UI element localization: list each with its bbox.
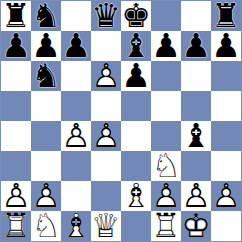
piece-white-bishop[interactable]: ♝♗ [61,211,91,241]
piece-black-pawn[interactable]: ♟ [1,31,31,61]
square-f6[interactable] [151,61,181,91]
square-c1[interactable]: ♝♗ [61,211,91,241]
square-a6[interactable] [1,61,31,91]
square-b6[interactable]: ♞ [31,61,61,91]
square-f7[interactable]: ♟ [151,31,181,61]
square-d8[interactable]: ♛ [91,1,121,31]
piece-white-pawn[interactable]: ♟♙ [211,181,241,211]
square-g6[interactable] [181,61,211,91]
square-c6[interactable] [61,61,91,91]
square-a1[interactable]: ♜♖ [1,211,31,241]
black-pawn-icon: ♟ [1,31,31,61]
piece-black-pawn[interactable]: ♟ [61,31,91,61]
piece-white-knight[interactable]: ♞♘ [31,211,61,241]
black-bishop-icon: ♝ [181,121,211,151]
piece-black-pawn[interactable]: ♟ [181,31,211,61]
black-pawn-icon: ♟ [181,31,211,61]
white-bishop-icon: ♗ [121,181,151,211]
square-a7[interactable]: ♟ [1,31,31,61]
square-d1[interactable]: ♛♕ [91,211,121,241]
square-b5[interactable] [31,91,61,121]
white-bishop-icon: ♗ [61,211,91,241]
black-pawn-icon: ♟ [61,31,91,61]
white-pawn-icon: ♙ [91,121,121,151]
square-g4[interactable]: ♝ [181,121,211,151]
black-knight-icon: ♞ [31,61,61,91]
piece-black-pawn[interactable]: ♟ [121,61,151,91]
white-pawn-icon: ♙ [211,181,241,211]
square-h5[interactable] [211,91,241,121]
square-e6[interactable]: ♟ [121,61,151,91]
square-f5[interactable] [151,91,181,121]
piece-white-pawn[interactable]: ♟♙ [91,61,121,91]
piece-white-pawn[interactable]: ♟♙ [61,121,91,151]
square-e1[interactable] [121,211,151,241]
square-h4[interactable] [211,121,241,151]
white-pawn-icon: ♙ [91,61,121,91]
piece-white-queen[interactable]: ♛♕ [91,211,121,241]
square-e4[interactable] [121,121,151,151]
piece-white-king[interactable]: ♚♔ [181,211,211,241]
square-h6[interactable] [211,61,241,91]
square-h7[interactable]: ♟ [211,31,241,61]
piece-black-knight[interactable]: ♞ [31,61,61,91]
square-a4[interactable] [1,121,31,151]
square-a5[interactable] [1,91,31,121]
black-pawn-icon: ♟ [121,61,151,91]
white-king-icon: ♔ [181,211,211,241]
piece-black-pawn[interactable]: ♟ [151,31,181,61]
white-pawn-icon: ♙ [61,121,91,151]
square-c4[interactable]: ♟♙ [61,121,91,151]
white-rook-icon: ♖ [1,211,31,241]
black-queen-icon: ♛ [91,1,121,31]
square-g7[interactable]: ♟ [181,31,211,61]
white-queen-icon: ♕ [91,211,121,241]
piece-black-pawn[interactable]: ♟ [211,31,241,61]
square-d4[interactable]: ♟♙ [91,121,121,151]
white-knight-icon: ♘ [31,211,61,241]
piece-black-bishop[interactable]: ♝ [181,121,211,151]
square-c7[interactable]: ♟ [61,31,91,61]
black-pawn-icon: ♟ [211,31,241,61]
square-e5[interactable] [121,91,151,121]
piece-white-bishop[interactable]: ♝♗ [121,181,151,211]
square-f1[interactable]: ♜♖ [151,211,181,241]
black-pawn-icon: ♟ [151,31,181,61]
piece-white-rook[interactable]: ♜♖ [151,211,181,241]
square-d3[interactable] [91,151,121,181]
square-b4[interactable] [31,121,61,151]
square-d6[interactable]: ♟♙ [91,61,121,91]
square-g1[interactable]: ♚♔ [181,211,211,241]
square-c3[interactable] [61,151,91,181]
square-h1[interactable] [211,211,241,241]
piece-white-pawn[interactable]: ♟♙ [91,121,121,151]
square-h2[interactable]: ♟♙ [211,181,241,211]
piece-white-rook[interactable]: ♜♖ [1,211,31,241]
chess-board: ♜♞♛♚♜♟♟♟♝♟♟♟♞♟♙♟♟♙♟♙♝♞♘♟♙♟♙♝♗♟♙♟♙♟♙♜♖♞♘♝… [0,0,242,242]
white-rook-icon: ♖ [151,211,181,241]
square-e2[interactable]: ♝♗ [121,181,151,211]
square-b1[interactable]: ♞♘ [31,211,61,241]
piece-black-queen[interactable]: ♛ [91,1,121,31]
